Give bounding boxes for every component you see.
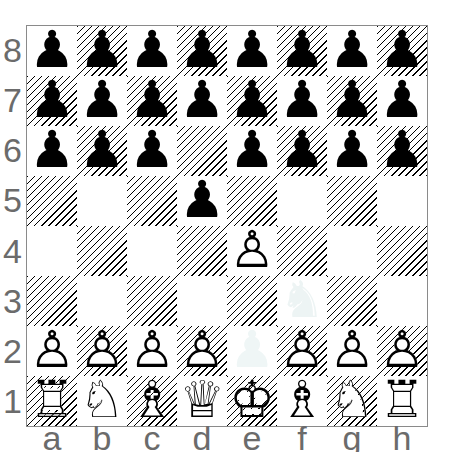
square-g8[interactable]: ♟ (327, 26, 377, 76)
square-d2[interactable]: ♟♙ (177, 326, 227, 376)
square-e3[interactable] (227, 276, 277, 326)
square-f5[interactable] (277, 176, 327, 226)
white-pawn[interactable]: ♟♙ (227, 226, 277, 276)
white-pawn[interactable]: ♟♙ (27, 326, 77, 376)
square-b8[interactable]: ♟ (77, 26, 127, 76)
black-pawn[interactable]: ♟ (277, 76, 327, 126)
black-pawn[interactable]: ♟ (227, 76, 277, 126)
square-g2[interactable]: ♟♙ (327, 326, 377, 376)
square-h8[interactable]: ♟ (377, 26, 427, 76)
black-pawn[interactable]: ♟ (377, 126, 427, 176)
black-pawn[interactable]: ♟ (327, 126, 377, 176)
square-e8[interactable]: ♟ (227, 26, 277, 76)
square-a2[interactable]: ♟♙ (27, 326, 77, 376)
square-c8[interactable]: ♟ (127, 26, 177, 76)
square-f6[interactable]: ♟ (277, 126, 327, 176)
black-pawn[interactable]: ♟ (327, 26, 377, 76)
rank-labels: 87654321 (0, 25, 25, 427)
square-a7[interactable]: ♟ (27, 76, 77, 126)
black-pawn-glyph: ♟ (329, 74, 375, 125)
rank-label-3: 3 (0, 276, 25, 326)
black-pawn[interactable]: ♟ (277, 26, 327, 76)
black-pawn-glyph: ♟ (279, 124, 325, 175)
black-pawn-glyph: ♟ (129, 124, 175, 175)
black-pawn-glyph: ♟ (379, 124, 425, 175)
square-f4[interactable] (277, 226, 327, 276)
square-a8[interactable]: ♟ (27, 26, 77, 76)
file-label-d: d (177, 424, 227, 452)
file-label-b: b (77, 424, 127, 452)
white-pawn-glyph: ♙ (79, 324, 125, 375)
black-pawn[interactable]: ♟ (127, 76, 177, 126)
square-e4[interactable]: ♟♙ (227, 226, 277, 276)
black-pawn-glyph: ♟ (29, 74, 75, 125)
white-pawn[interactable]: ♟♙ (277, 326, 327, 376)
chess-diagram: 87654321 ♟♟♟♟♟♟♟♟♟♟♟♟♟♟♟♟♟♟♟♟♟♟♟♟♟♙♞♟♙♟♙… (0, 0, 452, 452)
black-pawn[interactable]: ♟ (227, 126, 277, 176)
rank-label-5: 5 (0, 176, 25, 226)
white-bishop-glyph: ♗ (129, 374, 175, 425)
rank-label-4: 4 (0, 226, 25, 276)
ghost-pawn-glyph: ♟ (229, 324, 275, 375)
white-king-glyph: ♔ (229, 374, 275, 425)
file-labels: abcdefgh (27, 424, 427, 452)
square-a4[interactable] (27, 226, 77, 276)
square-e5[interactable] (227, 176, 277, 226)
square-d3[interactable] (177, 276, 227, 326)
square-b6[interactable]: ♟ (77, 126, 127, 176)
black-pawn[interactable]: ♟ (177, 76, 227, 126)
square-g4[interactable] (327, 226, 377, 276)
rank-label-1: 1 (0, 377, 25, 427)
square-d8[interactable]: ♟ (177, 26, 227, 76)
square-f2[interactable]: ♟♙ (277, 326, 327, 376)
white-pawn-glyph: ♙ (29, 324, 75, 375)
square-c2[interactable]: ♟♙ (127, 326, 177, 376)
black-pawn-glyph: ♟ (129, 24, 175, 75)
black-pawn-glyph: ♟ (279, 24, 325, 75)
white-pawn[interactable]: ♟♙ (127, 326, 177, 376)
square-g5[interactable] (327, 176, 377, 226)
square-e7[interactable]: ♟ (227, 76, 277, 126)
square-e6[interactable]: ♟ (227, 126, 277, 176)
black-pawn-glyph: ♟ (79, 24, 125, 75)
rank-label-2: 2 (0, 327, 25, 377)
black-pawn-glyph: ♟ (29, 124, 75, 175)
square-b7[interactable]: ♟ (77, 76, 127, 126)
black-pawn[interactable]: ♟ (327, 76, 377, 126)
black-pawn-glyph: ♟ (79, 124, 125, 175)
square-a5[interactable] (27, 176, 77, 226)
ghost-knight-glyph: ♞ (279, 274, 325, 325)
black-pawn[interactable]: ♟ (27, 126, 77, 176)
square-g7[interactable]: ♟ (327, 76, 377, 126)
square-d6[interactable] (177, 126, 227, 176)
ghost-knight: ♞ (277, 276, 327, 326)
file-label-a: a (27, 424, 77, 452)
white-pawn-glyph: ♙ (329, 324, 375, 375)
black-pawn-glyph: ♟ (179, 174, 225, 225)
black-pawn-glyph: ♟ (179, 24, 225, 75)
black-pawn-glyph: ♟ (79, 74, 125, 125)
black-pawn[interactable]: ♟ (127, 126, 177, 176)
square-a3[interactable] (27, 276, 77, 326)
square-c3[interactable] (127, 276, 177, 326)
black-pawn[interactable]: ♟ (77, 26, 127, 76)
square-d4[interactable] (177, 226, 227, 276)
square-c6[interactable]: ♟ (127, 126, 177, 176)
white-pawn[interactable]: ♟♙ (327, 326, 377, 376)
black-pawn[interactable]: ♟ (277, 126, 327, 176)
square-h6[interactable]: ♟ (377, 126, 427, 176)
square-h7[interactable]: ♟ (377, 76, 427, 126)
rank-label-7: 7 (0, 75, 25, 125)
black-pawn-glyph: ♟ (279, 74, 325, 125)
black-pawn[interactable]: ♟ (377, 76, 427, 126)
white-pawn-glyph: ♙ (229, 224, 275, 275)
black-pawn[interactable]: ♟ (27, 26, 77, 76)
black-pawn-glyph: ♟ (229, 74, 275, 125)
square-c7[interactable]: ♟ (127, 76, 177, 126)
white-pawn-glyph: ♙ (129, 324, 175, 375)
white-rook-glyph: ♖ (379, 374, 425, 425)
rank-label-8: 8 (0, 25, 25, 75)
white-pawn-glyph: ♙ (379, 324, 425, 375)
black-pawn[interactable]: ♟ (377, 26, 427, 76)
black-pawn-glyph: ♟ (379, 74, 425, 125)
square-d7[interactable]: ♟ (177, 76, 227, 126)
black-pawn[interactable]: ♟ (177, 176, 227, 226)
square-h5[interactable] (377, 176, 427, 226)
black-pawn-glyph: ♟ (179, 74, 225, 125)
ghost-pawn: ♟ (227, 326, 277, 376)
square-h4[interactable] (377, 226, 427, 276)
square-f7[interactable]: ♟ (277, 76, 327, 126)
square-b2[interactable]: ♟♙ (77, 326, 127, 376)
white-rook-glyph: ♖ (29, 374, 75, 425)
square-d5[interactable]: ♟ (177, 176, 227, 226)
black-pawn[interactable]: ♟ (127, 26, 177, 76)
square-a6[interactable]: ♟ (27, 126, 77, 176)
square-b3[interactable] (77, 276, 127, 326)
black-pawn-glyph: ♟ (379, 24, 425, 75)
black-pawn[interactable]: ♟ (27, 76, 77, 126)
square-f8[interactable]: ♟ (277, 26, 327, 76)
square-c4[interactable] (127, 226, 177, 276)
rank-label-6: 6 (0, 126, 25, 176)
white-pawn[interactable]: ♟♙ (177, 326, 227, 376)
black-pawn-glyph: ♟ (329, 124, 375, 175)
square-f3[interactable]: ♞ (277, 276, 327, 326)
file-label-g: g (327, 424, 377, 452)
file-label-c: c (127, 424, 177, 452)
black-pawn-glyph: ♟ (229, 24, 275, 75)
white-pawn[interactable]: ♟♙ (377, 326, 427, 376)
black-pawn-glyph: ♟ (229, 124, 275, 175)
black-pawn-glyph: ♟ (129, 74, 175, 125)
black-pawn[interactable]: ♟ (77, 126, 127, 176)
file-label-h: h (377, 424, 427, 452)
file-label-e: e (227, 424, 277, 452)
square-g6[interactable]: ♟ (327, 126, 377, 176)
chess-board[interactable]: ♟♟♟♟♟♟♟♟♟♟♟♟♟♟♟♟♟♟♟♟♟♟♟♟♟♙♞♟♙♟♙♟♙♟♙♟♟♙♟♙… (26, 25, 428, 427)
square-b5[interactable] (77, 176, 127, 226)
white-pawn-glyph: ♙ (279, 324, 325, 375)
square-c5[interactable] (127, 176, 177, 226)
black-pawn[interactable]: ♟ (77, 76, 127, 126)
black-pawn-glyph: ♟ (329, 24, 375, 75)
white-pawn-glyph: ♙ (179, 324, 225, 375)
square-b4[interactable] (77, 226, 127, 276)
square-g3[interactable] (327, 276, 377, 326)
white-knight-glyph: ♘ (79, 374, 125, 425)
black-pawn-glyph: ♟ (29, 24, 75, 75)
black-pawn[interactable]: ♟ (177, 26, 227, 76)
square-e2[interactable]: ♟ (227, 326, 277, 376)
file-label-f: f (277, 424, 327, 452)
white-bishop-glyph: ♗ (279, 374, 325, 425)
square-h2[interactable]: ♟♙ (377, 326, 427, 376)
white-knight-glyph: ♘ (329, 374, 375, 425)
black-pawn[interactable]: ♟ (227, 26, 277, 76)
square-h3[interactable] (377, 276, 427, 326)
white-queen-glyph: ♕ (179, 374, 225, 425)
white-pawn[interactable]: ♟♙ (77, 326, 127, 376)
